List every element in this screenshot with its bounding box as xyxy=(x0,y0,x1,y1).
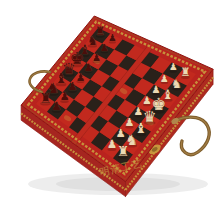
piece-white-rook: ♜ xyxy=(117,143,129,159)
piece-white-pawn: ♟ xyxy=(116,127,126,140)
piece-white-pawn: ♟ xyxy=(160,73,169,84)
piece-white-pawn: ♟ xyxy=(124,116,134,129)
piece-white-pawn: ♟ xyxy=(133,105,143,118)
piece-dark-rook: ♜ xyxy=(39,90,51,106)
piece-white-pawn: ♟ xyxy=(169,61,178,72)
piece-dark-pawn: ♟ xyxy=(51,99,61,113)
piece-dark-pawn: ♟ xyxy=(100,42,109,53)
product-photo: ♜♟♞♟♝♟♚♟♛♟♝♟♞♟♜♟ ♟♜♟♞♟♝♟♚♟♛♟♝♟♞♟♜ 明清工艺 xyxy=(0,0,220,220)
chess-set-photo: ♜♟♞♟♝♟♚♟♛♟♝♟♞♟♜♟ ♟♜♟♞♟♝♟♚♟♛♟♝♟♞♟♜ 明清工艺 xyxy=(0,0,220,220)
piece-white-pawn: ♟ xyxy=(107,137,117,151)
piece-dark-pawn: ♟ xyxy=(108,32,117,43)
piece-white-pawn: ♟ xyxy=(151,84,160,95)
piece-white-pawn: ♟ xyxy=(142,94,151,106)
piece-dark-pawn: ♟ xyxy=(92,52,101,63)
